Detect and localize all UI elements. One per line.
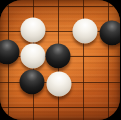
board-gridline-horizontal [0,6,120,7]
white-stone[interactable] [21,18,46,43]
go-board[interactable] [0,0,120,120]
board-gridline-vertical [108,0,109,120]
white-stone[interactable] [73,19,98,44]
white-stone[interactable] [47,72,72,97]
board-gridline-horizontal [0,107,120,108]
go-app-icon [0,0,120,120]
black-stone[interactable] [46,44,71,69]
black-stone[interactable] [0,40,20,65]
black-stone[interactable] [20,70,45,95]
white-stone[interactable] [21,44,46,69]
black-stone[interactable] [100,21,121,46]
